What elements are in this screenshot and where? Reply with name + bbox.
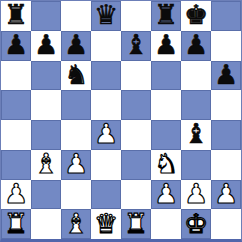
piece-white-pawn: ♟ xyxy=(184,180,208,207)
square-e3[interactable] xyxy=(121,150,151,180)
square-g8[interactable]: ♚ xyxy=(181,1,211,31)
square-d8[interactable]: ♛ xyxy=(91,1,121,31)
square-f2[interactable]: ♟ xyxy=(151,180,181,210)
piece-black-pawn: ♟ xyxy=(4,31,28,58)
square-c5[interactable] xyxy=(61,90,91,120)
square-c1[interactable]: ♝ xyxy=(61,209,91,239)
square-h3[interactable] xyxy=(211,150,241,180)
square-f4[interactable] xyxy=(151,120,181,150)
piece-black-pawn: ♟ xyxy=(184,31,208,58)
square-g1[interactable]: ♚ xyxy=(181,209,211,239)
square-g7[interactable]: ♟ xyxy=(181,31,211,61)
square-f5[interactable] xyxy=(151,90,181,120)
piece-black-pawn: ♟ xyxy=(154,31,178,58)
square-b4[interactable] xyxy=(31,120,61,150)
square-c4[interactable] xyxy=(61,120,91,150)
square-d1[interactable]: ♛ xyxy=(91,209,121,239)
piece-black-pawn: ♟ xyxy=(214,61,238,88)
piece-black-pawn: ♟ xyxy=(64,31,88,58)
square-b2[interactable] xyxy=(31,180,61,210)
square-g5[interactable] xyxy=(181,90,211,120)
piece-white-pawn: ♟ xyxy=(154,180,178,207)
piece-white-pawn: ♟ xyxy=(214,180,238,207)
piece-white-king: ♚ xyxy=(184,210,208,237)
square-a7[interactable]: ♟ xyxy=(1,31,31,61)
square-e7[interactable]: ♝ xyxy=(121,31,151,61)
square-c6[interactable]: ♞ xyxy=(61,61,91,91)
piece-white-pawn: ♟ xyxy=(4,180,28,207)
piece-black-pawn: ♟ xyxy=(34,31,58,58)
square-h1[interactable] xyxy=(211,209,241,239)
square-h8[interactable] xyxy=(211,1,241,31)
square-h6[interactable]: ♟ xyxy=(211,61,241,91)
piece-white-pawn: ♟ xyxy=(94,120,118,147)
square-c8[interactable] xyxy=(61,1,91,31)
square-c3[interactable]: ♟ xyxy=(61,150,91,180)
square-b1[interactable] xyxy=(31,209,61,239)
piece-black-rook: ♜ xyxy=(4,1,28,28)
square-e5[interactable] xyxy=(121,90,151,120)
piece-black-rook: ♜ xyxy=(154,1,178,28)
piece-white-rook: ♜ xyxy=(124,210,148,237)
square-e6[interactable] xyxy=(121,61,151,91)
square-c7[interactable]: ♟ xyxy=(61,31,91,61)
square-b7[interactable]: ♟ xyxy=(31,31,61,61)
square-d6[interactable] xyxy=(91,61,121,91)
square-h7[interactable] xyxy=(211,31,241,61)
square-d7[interactable] xyxy=(91,31,121,61)
square-b6[interactable] xyxy=(31,61,61,91)
square-g4[interactable]: ♝ xyxy=(181,120,211,150)
square-h2[interactable]: ♟ xyxy=(211,180,241,210)
square-f6[interactable] xyxy=(151,61,181,91)
square-g3[interactable] xyxy=(181,150,211,180)
piece-white-rook: ♜ xyxy=(4,210,28,237)
square-a6[interactable] xyxy=(1,61,31,91)
square-f1[interactable] xyxy=(151,209,181,239)
piece-black-knight: ♞ xyxy=(64,61,88,88)
square-b3[interactable]: ♝ xyxy=(31,150,61,180)
square-f3[interactable]: ♞ xyxy=(151,150,181,180)
piece-white-bishop: ♝ xyxy=(64,210,88,237)
square-a3[interactable] xyxy=(1,150,31,180)
square-d2[interactable] xyxy=(91,180,121,210)
square-e1[interactable]: ♜ xyxy=(121,209,151,239)
piece-black-queen: ♛ xyxy=(94,1,118,28)
square-a2[interactable]: ♟ xyxy=(1,180,31,210)
square-f8[interactable]: ♜ xyxy=(151,1,181,31)
square-e8[interactable] xyxy=(121,1,151,31)
piece-white-knight: ♞ xyxy=(154,150,178,177)
square-h4[interactable] xyxy=(211,120,241,150)
piece-black-king: ♚ xyxy=(184,1,208,28)
square-a5[interactable] xyxy=(1,90,31,120)
chess-board: ♜♛♜♚♟♟♟♝♟♟♞♟♟♝♝♟♞♟♟♟♟♜♝♛♜♚ xyxy=(0,0,242,242)
piece-black-bishop: ♝ xyxy=(184,120,208,147)
piece-white-pawn: ♟ xyxy=(64,150,88,177)
square-d5[interactable] xyxy=(91,90,121,120)
square-f7[interactable]: ♟ xyxy=(151,31,181,61)
square-b5[interactable] xyxy=(31,90,61,120)
square-e2[interactable] xyxy=(121,180,151,210)
piece-white-queen: ♛ xyxy=(94,210,118,237)
square-g2[interactable]: ♟ xyxy=(181,180,211,210)
square-a4[interactable] xyxy=(1,120,31,150)
square-h5[interactable] xyxy=(211,90,241,120)
piece-black-bishop: ♝ xyxy=(124,31,148,58)
square-e4[interactable] xyxy=(121,120,151,150)
square-a8[interactable]: ♜ xyxy=(1,1,31,31)
piece-white-bishop: ♝ xyxy=(34,150,58,177)
square-g6[interactable] xyxy=(181,61,211,91)
square-d3[interactable] xyxy=(91,150,121,180)
square-c2[interactable] xyxy=(61,180,91,210)
square-b8[interactable] xyxy=(31,1,61,31)
square-d4[interactable]: ♟ xyxy=(91,120,121,150)
square-a1[interactable]: ♜ xyxy=(1,209,31,239)
